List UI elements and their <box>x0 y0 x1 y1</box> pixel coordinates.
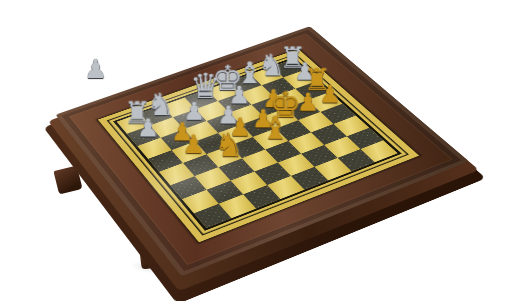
square-b1 <box>219 194 256 218</box>
chess-set-photo: ♜♞♛♚♝♞♜♟♟♟♟♟♟♟♜♟♟♟♚♟♟♞♝ ♟ <box>0 0 510 301</box>
captured-pawn-on-rail: ♟ <box>84 56 107 82</box>
square-a7: ♟ <box>127 125 161 146</box>
wooden-frame: ♜♞♛♚♝♞♜♟♟♟♟♟♟♟♜♟♟♟♚♟♟♞♝ <box>55 26 468 276</box>
playing-area-border: ♜♞♛♚♝♞♜♟♟♟♟♟♟♟♜♟♟♟♚♟♟♞♝ <box>113 57 402 231</box>
gold-knight-c4: ♞ <box>208 129 249 162</box>
gold-bishop-e4: ♝ <box>255 113 295 144</box>
board-grid: ♜♞♛♚♝♞♜♟♟♟♟♟♟♟♜♟♟♟♚♟♟♞♝ <box>117 59 398 228</box>
scene: ♜♞♛♚♝♞♜♟♟♟♟♟♟♟♜♟♟♟♚♟♟♞♝ <box>0 0 510 301</box>
chessboard: ♜♞♛♚♝♞♜♟♟♟♟♟♟♟♜♟♟♟♚♟♟♞♝ <box>55 26 468 276</box>
